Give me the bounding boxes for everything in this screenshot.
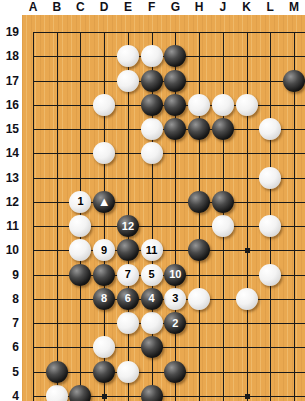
column-label-D: D xyxy=(100,0,109,15)
row-label-16: 16 xyxy=(0,98,19,112)
stone-black-J12[interactable] xyxy=(212,191,234,213)
column-label-A: A xyxy=(29,0,38,15)
stone-black-G17[interactable] xyxy=(164,70,186,92)
row-label-19: 19 xyxy=(0,25,19,39)
row-label-7: 7 xyxy=(0,316,19,330)
stone-white-F9[interactable]: 5 xyxy=(141,264,163,286)
row-label-10: 10 xyxy=(0,243,19,257)
stone-white-E7[interactable] xyxy=(117,312,139,334)
stone-black-B5[interactable] xyxy=(46,361,68,383)
move-number-3: 3 xyxy=(172,293,178,304)
stone-black-H15[interactable] xyxy=(188,118,210,140)
move-number-12: 12 xyxy=(122,221,134,232)
column-label-E: E xyxy=(124,0,132,15)
stone-white-L9[interactable] xyxy=(259,264,281,286)
stone-black-D5[interactable] xyxy=(93,361,115,383)
stone-white-E18[interactable] xyxy=(117,45,139,67)
move-number-7: 7 xyxy=(125,269,131,280)
stone-white-F15[interactable] xyxy=(141,118,163,140)
stone-black-J15[interactable] xyxy=(212,118,234,140)
column-label-G: G xyxy=(171,0,180,15)
go-board-diagram: ABCDEFGHJKLM 19181716151413121110987654 … xyxy=(0,0,305,401)
stone-white-L13[interactable] xyxy=(259,167,281,189)
triangle-marker-icon: ▲ xyxy=(98,195,111,208)
column-label-M: M xyxy=(289,0,299,15)
stone-white-K8[interactable] xyxy=(236,288,258,310)
move-number-11: 11 xyxy=(146,245,158,256)
row-label-13: 13 xyxy=(0,171,19,185)
row-label-9: 9 xyxy=(0,268,19,282)
stone-white-E9[interactable]: 7 xyxy=(117,264,139,286)
stone-white-F18[interactable] xyxy=(141,45,163,67)
stone-white-H16[interactable] xyxy=(188,94,210,116)
stone-white-F7[interactable] xyxy=(141,312,163,334)
move-number-1: 1 xyxy=(77,196,83,207)
column-label-J: J xyxy=(219,0,226,15)
move-number-2: 2 xyxy=(172,318,178,329)
star-point-K10 xyxy=(245,248,250,253)
column-label-F: F xyxy=(148,0,155,15)
move-number-4: 4 xyxy=(149,293,155,304)
move-number-5: 5 xyxy=(149,269,155,280)
column-label-K: K xyxy=(242,0,251,15)
stone-white-F14[interactable] xyxy=(141,142,163,164)
stone-black-G9[interactable]: 10 xyxy=(164,264,186,286)
stone-white-K16[interactable] xyxy=(236,94,258,116)
column-label-B: B xyxy=(52,0,61,15)
stone-black-M17[interactable] xyxy=(283,70,305,92)
stone-white-E5[interactable] xyxy=(117,361,139,383)
stone-black-G5[interactable] xyxy=(164,361,186,383)
star-point-D4 xyxy=(102,394,107,399)
move-number-8: 8 xyxy=(101,293,107,304)
stone-white-H8[interactable] xyxy=(188,288,210,310)
stone-black-E11[interactable]: 12 xyxy=(117,215,139,237)
star-point-K4 xyxy=(245,394,250,399)
stone-white-J11[interactable] xyxy=(212,215,234,237)
stone-black-C9[interactable] xyxy=(69,264,91,286)
board-grid xyxy=(22,15,305,401)
stone-white-B4[interactable] xyxy=(46,385,68,401)
row-label-8: 8 xyxy=(0,292,19,306)
row-label-12: 12 xyxy=(0,195,19,209)
move-number-10: 10 xyxy=(169,269,181,280)
row-label-5: 5 xyxy=(0,365,19,379)
row-label-11: 11 xyxy=(0,219,19,233)
row-label-4: 4 xyxy=(0,389,19,401)
row-label-6: 6 xyxy=(0,340,19,354)
stone-black-F8[interactable]: 4 xyxy=(141,288,163,310)
stone-white-D16[interactable] xyxy=(93,94,115,116)
stone-white-E17[interactable] xyxy=(117,70,139,92)
move-number-9: 9 xyxy=(101,245,107,256)
stone-black-F16[interactable] xyxy=(141,94,163,116)
stone-white-F10[interactable]: 11 xyxy=(141,239,163,261)
stone-white-J16[interactable] xyxy=(212,94,234,116)
stone-black-G16[interactable] xyxy=(164,94,186,116)
row-label-15: 15 xyxy=(0,122,19,136)
stone-black-E8[interactable]: 6 xyxy=(117,288,139,310)
stone-black-F4[interactable] xyxy=(141,385,163,401)
column-label-H: H xyxy=(195,0,204,15)
row-label-18: 18 xyxy=(0,49,19,63)
stone-black-F17[interactable] xyxy=(141,70,163,92)
row-label-14: 14 xyxy=(0,146,19,160)
column-label-L: L xyxy=(267,0,274,15)
row-label-17: 17 xyxy=(0,74,19,88)
stone-black-D12[interactable]: ▲ xyxy=(93,191,115,213)
stone-black-H12[interactable] xyxy=(188,191,210,213)
go-board[interactable]: 1911753▲12108642 xyxy=(22,15,305,401)
column-label-C: C xyxy=(76,0,85,15)
move-number-6: 6 xyxy=(125,293,131,304)
stone-black-D9[interactable] xyxy=(93,264,115,286)
stone-black-D8[interactable]: 8 xyxy=(93,288,115,310)
stone-black-F6[interactable] xyxy=(141,336,163,358)
